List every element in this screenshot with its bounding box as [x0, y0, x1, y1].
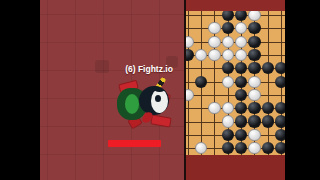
white-stone: [186, 36, 194, 48]
black-stone: [275, 142, 285, 154]
white-stone: [235, 22, 247, 34]
board-frame-top: [186, 0, 285, 11]
black-stone: [235, 62, 247, 74]
grid-line-vertical: [188, 11, 189, 155]
black-stone: [222, 22, 234, 34]
black-stone: [235, 102, 247, 114]
white-stone: [208, 36, 220, 48]
black-stone: [235, 129, 247, 141]
black-stone: [235, 89, 247, 101]
white-stone: [248, 11, 260, 21]
white-stone: [248, 129, 260, 141]
letterbox-right: [285, 0, 320, 180]
black-stone: [235, 76, 247, 88]
black-stone: [235, 11, 247, 21]
black-stone: [262, 115, 274, 127]
board-frame-bottom: [186, 155, 285, 180]
black-stone: [248, 62, 260, 74]
black-stone: [275, 76, 285, 88]
white-stone: [195, 142, 207, 154]
black-stone: [262, 102, 274, 114]
black-stone: [222, 129, 234, 141]
black-stone: [186, 49, 194, 61]
go-board-overlay: [184, 0, 285, 180]
go-board[interactable]: [186, 11, 285, 155]
white-stone: [222, 49, 234, 61]
black-stone: [275, 102, 285, 114]
white-stone: [248, 89, 260, 101]
white-stone: [195, 49, 207, 61]
white-stone: [186, 89, 194, 101]
white-stone: [208, 49, 220, 61]
red-weapon-icon: [150, 114, 171, 127]
white-stone: [208, 22, 220, 34]
player-character[interactable]: [113, 76, 173, 130]
black-stone: [248, 36, 260, 48]
player-name-label: (6) Fightz.io: [104, 64, 194, 74]
black-stone: [275, 129, 285, 141]
white-stone: [222, 102, 234, 114]
black-stone: [262, 142, 274, 154]
skull-head-icon: [139, 86, 169, 115]
white-stone: [208, 102, 220, 114]
black-stone: [248, 22, 260, 34]
black-stone: [195, 76, 207, 88]
health-bar: [108, 140, 161, 147]
black-stone: [235, 142, 247, 154]
screenshot-stage: (6) Fightz.io: [0, 0, 320, 180]
white-stone: [222, 115, 234, 127]
white-stone: [235, 49, 247, 61]
game-arena[interactable]: (6) Fightz.io: [40, 0, 185, 180]
black-stone: [235, 115, 247, 127]
black-stone: [275, 115, 285, 127]
white-stone: [222, 36, 234, 48]
black-stone: [222, 142, 234, 154]
white-stone: [248, 76, 260, 88]
white-stone: [222, 76, 234, 88]
black-stone: [222, 11, 234, 21]
white-stone: [248, 142, 260, 154]
black-stone: [222, 62, 234, 74]
black-stone: [248, 102, 260, 114]
eye-icon: [155, 95, 161, 102]
black-stone: [248, 115, 260, 127]
grid-line-vertical: [268, 11, 269, 155]
black-stone: [262, 62, 274, 74]
white-stone: [235, 36, 247, 48]
black-stone: [275, 62, 285, 74]
black-stone: [248, 49, 260, 61]
letterbox-left: [0, 0, 40, 180]
